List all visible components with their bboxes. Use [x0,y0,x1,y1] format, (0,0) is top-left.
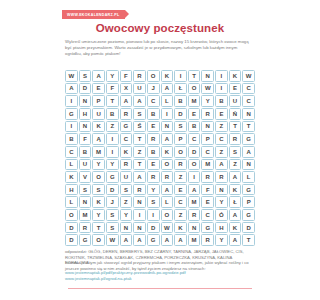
grid-cell-r13c14: D [242,222,255,234]
grid-cell-r3c5: A [120,95,133,107]
grid-cell-r4c14: N [242,108,255,120]
grid-cell-r3c3: P [92,95,105,107]
grid-cell-r12c5: Y [120,209,133,221]
grid-cell-r5c7: E [147,121,160,133]
grid-cell-r9c4: G [106,171,119,183]
grid-cell-r4c11: R [201,108,214,120]
grid-cell-r6c1: B [65,133,78,145]
grid-cell-r5c10: B [188,121,201,133]
grid-cell-r11c11: E [201,196,214,208]
grid-cell-r11c1: L [65,196,78,208]
grid-cell-r5c4: Z [106,121,119,133]
grid-cell-r5c5: G [120,121,133,133]
grid-cell-r9c11: R [201,171,214,183]
grid-cell-r13c1: D [65,222,78,234]
grid-cell-r14c9: A [174,234,187,246]
puzzle-instructions: Wykreśl umieszczone poziomo, pionowo lub… [65,39,255,57]
grid-cell-r5c8: N [161,121,174,133]
grid-cell-r11c8: L [161,196,174,208]
grid-cell-r9c6: A [133,171,146,183]
footer-divider [68,288,252,289]
site-ribbon: WWW.EKOKALENDARZ.PL [62,10,125,19]
grid-cell-r6c6: T [133,133,146,145]
grid-cell-r2c1: A [65,83,78,95]
grid-cell-r1c9: I [174,70,187,82]
grid-cell-r14c8: A [161,234,174,246]
grid-cell-r10c13: K [229,184,242,196]
grid-cell-r8c13: Z [229,159,242,171]
grid-cell-r8c14: N [242,159,255,171]
grid-cell-r4c9: D [174,108,187,120]
grid-cell-r2c5: X [120,83,133,95]
grid-cell-r10c8: A [161,184,174,196]
grid-cell-r14c5: A [120,234,133,246]
grid-cell-r10c6: R [133,184,146,196]
grid-cell-r13c7: D [147,222,160,234]
grid-cell-r4c13: Ń [229,108,242,120]
grid-cell-r5c11: N [201,121,214,133]
grid-cell-r9c3: O [92,171,105,183]
grid-cell-r7c9: O [174,146,187,158]
grid-cell-r1c11: N [201,70,214,82]
grid-cell-r13c8: W [161,222,174,234]
grid-cell-r10c12: N [215,184,228,196]
grid-cell-r10c9: E [174,184,187,196]
grid-cell-r13c13: K [229,222,242,234]
grid-cell-r2c6: U [133,83,146,95]
grid-cell-r9c14: L [242,171,255,183]
grid-cell-r13c12: H [215,222,228,234]
grid-cell-r6c13: R [229,133,242,145]
grid-cell-r12c11: C [201,209,214,221]
grid-cell-r12c13: A [229,209,242,221]
grid-cell-r9c12: R [215,171,228,183]
grid-cell-r2c4: F [106,83,119,95]
site-url: WWW.EKOKALENDARZ.PL [67,13,119,17]
grid-cell-r2c10: O [188,83,201,95]
grid-cell-r7c13: S [229,146,242,158]
grid-cell-r6c4: I [106,133,119,145]
grid-cell-r5c6: Ś [133,121,146,133]
grid-cell-r4c7: B [147,108,160,120]
grid-cell-r8c8: O [161,159,174,171]
grid-cell-r11c4: J [106,196,119,208]
grid-cell-r7c14: A [242,146,255,158]
grid-cell-r3c10: M [188,95,201,107]
grid-cell-r1c8: K [161,70,174,82]
grid-cell-r9c5: U [120,171,133,183]
grid-cell-r2c11: W [201,83,214,95]
grid-cell-r14c1: D [65,234,78,246]
grid-cell-r8c5: R [120,159,133,171]
grid-cell-r3c14: C [242,95,255,107]
grid-cell-r14c14: T [242,234,255,246]
grid-cell-r9c9: Z [174,171,187,183]
grid-cell-r5c1: I [65,121,78,133]
grid-cell-r4c4: B [106,108,119,120]
grid-cell-r1c10: T [188,70,201,82]
grid-cell-r9c8: R [161,171,174,183]
grid-cell-r6c10: C [188,133,201,145]
grid-cell-r8c2: U [79,159,92,171]
grid-cell-r13c5: N [120,222,133,234]
grid-cell-r3c6: A [133,95,146,107]
grid-cell-r11c7: S [147,196,160,208]
grid-cell-r9c10: I [188,171,201,183]
grid-cell-r10c3: S [92,184,105,196]
grid-cell-r4c10: E [188,108,201,120]
grid-cell-r2c12: I [215,83,228,95]
puzzle-page: WWW.EKOKALENDARZ.PL Owocowy poczęstunek … [54,0,266,300]
grid-cell-r2c13: E [229,83,242,95]
grid-cell-r4c6: S [133,108,146,120]
grid-cell-r8c7: E [147,159,160,171]
grid-cell-r4c2: H [79,108,92,120]
grid-cell-r12c2: M [79,209,92,221]
grid-cell-r3c7: C [147,95,160,107]
grid-cell-r13c11: G [201,222,214,234]
grid-cell-r1c2: S [79,70,92,82]
grid-cell-r10c4: D [106,184,119,196]
grid-cell-r11c9: C [174,196,187,208]
grid-cell-r1c13: K [229,70,242,82]
grid-cell-r6c9: P [174,133,187,145]
grid-cell-r12c7: I [147,209,160,221]
grid-cell-r6c12: C [215,133,228,145]
grid-cell-r6c3: Ą [92,133,105,145]
grid-cell-r10c14: G [242,184,255,196]
grid-cell-r3c11: Y [201,95,214,107]
grid-cell-r12c10: R [188,209,201,221]
grid-cell-r7c11: C [201,146,214,158]
grid-cell-r11c5: Z [120,196,133,208]
grid-cell-r8c12: A [215,159,228,171]
grid-cell-r10c1: H [65,184,78,196]
grid-cell-r1c1: W [65,70,78,82]
grid-cell-r14c10: M [188,234,201,246]
grid-cell-r3c8: L [161,95,174,107]
grid-cell-r12c9: Z [174,209,187,221]
grid-cell-r3c13: U [229,95,242,107]
grid-cell-r2c9: Ł [174,83,187,95]
grid-cell-r12c12: Ó [215,209,228,221]
page-title: Owocowy poczęstunek [54,22,266,34]
grid-cell-r14c2: G [79,234,92,246]
grid-cell-r1c12: I [215,70,228,82]
grid-cell-r11c6: N [133,196,146,208]
grid-cell-r6c14: G [242,133,255,145]
grid-cell-r7c8: K [161,146,174,158]
grid-cell-r11c14: P [242,196,255,208]
grid-cell-r14c4: W [106,234,119,246]
grid-cell-r8c9: R [174,159,187,171]
grid-cell-r12c6: I [133,209,146,221]
grid-cell-r6c2: F [79,133,92,145]
grid-cell-r6c7: R [147,133,160,145]
grid-cell-r7c1: C [65,146,78,158]
grid-cell-r11c2: N [79,196,92,208]
grid-cell-r12c4: S [106,209,119,221]
grid-cell-r3c2: N [79,95,92,107]
grid-cell-r1c6: R [133,70,146,82]
footer-links: www.jestemnaptak.pl/pdf/praktyczny-przew… [65,270,255,282]
grid-cell-r7c2: B [79,146,92,158]
grid-cell-r8c1: L [65,159,78,171]
grid-cell-r10c5: S [120,184,133,196]
grid-cell-r10c10: A [188,184,201,196]
grid-cell-r7c3: M [92,146,105,158]
grid-cell-r1c14: W [242,70,255,82]
grid-cell-r11c10: M [188,196,201,208]
grid-cell-r2c2: D [79,83,92,95]
grid-cell-r9c2: V [79,171,92,183]
grid-cell-r5c2: N [79,121,92,133]
grid-cell-r14c13: A [229,234,242,246]
grid-cell-r9c13: A [229,171,242,183]
grid-cell-r14c11: R [201,234,214,246]
grid-cell-r6c8: A [161,133,174,145]
grid-cell-r5c14: T [242,121,255,133]
grid-cell-r9c1: K [65,171,78,183]
grid-cell-r1c5: F [120,70,133,82]
grid-cell-r13c6: N [133,222,146,234]
grid-cell-r2c7: J [147,83,160,95]
grid-cell-r7c5: K [120,146,133,158]
grid-cell-r12c14: G [242,209,255,221]
grid-cell-r7c6: Z [133,146,146,158]
grid-cell-r9c7: R [147,171,160,183]
grid-cell-r14c3: O [92,234,105,246]
grid-cell-r8c6: T [133,159,146,171]
grid-cell-r4c1: G [65,108,78,120]
grid-cell-r6c11: P [201,133,214,145]
grid-cell-r5c3: K [92,121,105,133]
grid-cell-r1c3: A [92,70,105,82]
grid-cell-r7c12: Z [215,146,228,158]
grid-cell-r3c4: T [106,95,119,107]
grid-cell-r13c4: S [106,222,119,234]
link-ogrod-na-ptak[interactable]: www.jestemnaptak.pl/ogrod-na-ptak [65,276,255,282]
grid-cell-r14c6: A [133,234,146,246]
grid-cell-r13c2: R [79,222,92,234]
grid-cell-r5c12: Z [215,121,228,133]
grid-cell-r7c4: I [106,146,119,158]
grid-cell-r13c3: T [92,222,105,234]
grid-cell-r8c3: Y [92,159,105,171]
grid-cell-r4c5: R [120,108,133,120]
grid-cell-r13c9: K [174,222,187,234]
grid-cell-r14c12: Y [215,234,228,246]
grid-cell-r12c1: O [65,209,78,221]
grid-cell-r10c7: Y [147,184,160,196]
grid-cell-r1c7: O [147,70,160,82]
grid-cell-r5c9: S [174,121,187,133]
grid-cell-r12c8: O [161,209,174,221]
grid-cell-r13c10: N [188,222,201,234]
grid-cell-r10c2: S [79,184,92,196]
grid-cell-r6c5: C [120,133,133,145]
grid-cell-r7c10: D [188,146,201,158]
grid-cell-r11c13: Ł [229,196,242,208]
grid-cell-r3c12: B [215,95,228,107]
grid-cell-r3c1: I [65,95,78,107]
grid-cell-r4c12: E [215,108,228,120]
grid-cell-r4c8: I [161,108,174,120]
grid-cell-r10c11: F [201,184,214,196]
grid-cell-r8c10: O [188,159,201,171]
grid-cell-r3c9: B [174,95,187,107]
grid-cell-r4c3: U [92,108,105,120]
grid-cell-r8c4: Y [106,159,119,171]
grid-cell-r5c13: T [229,121,242,133]
grid-cell-r1c4: Y [106,70,119,82]
grid-cell-r8c11: M [201,159,214,171]
grid-cell-r2c14: C [242,83,255,95]
grid-cell-r11c12: Y [215,196,228,208]
grid-cell-r14c7: G [147,234,160,246]
grid-cell-r12c3: Y [92,209,105,221]
word-search-grid: WSAYFROKITNIKWADEFXUJAŁOWIECINPTAACLBMYB… [65,70,255,246]
grid-cell-r2c3: E [92,83,105,95]
grid-cell-r11c3: K [92,196,105,208]
grid-cell-r7c7: B [147,146,160,158]
grid-cell-r2c8: A [161,83,174,95]
